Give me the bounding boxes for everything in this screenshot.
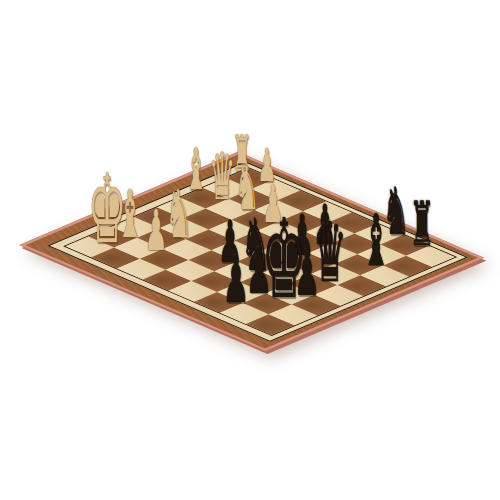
product-photo: ♚♝♟♞♝♛♞♟♟♜♟♞♟♟♚♟♛♟♟♝♞♜ — [0, 0, 500, 500]
board-field — [63, 167, 457, 336]
chess-board — [19, 152, 484, 351]
board-margin — [47, 161, 468, 341]
